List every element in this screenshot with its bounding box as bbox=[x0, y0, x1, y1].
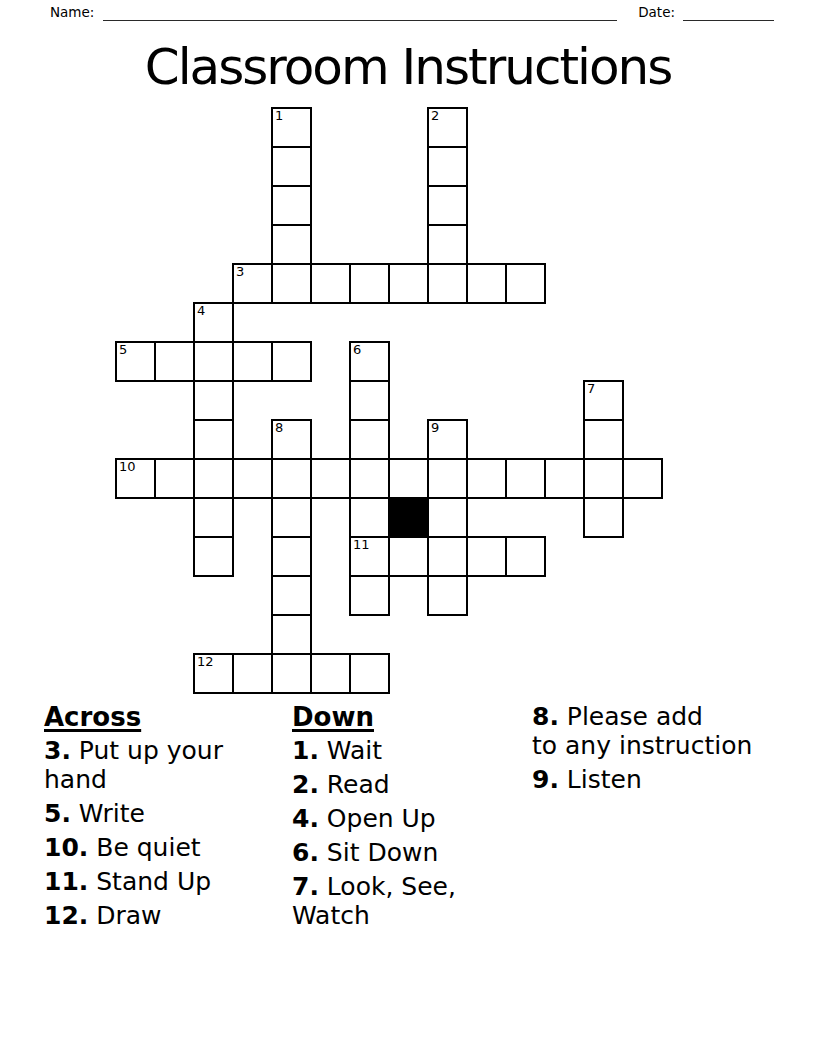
puzzle-title: Classroom Instructions bbox=[0, 38, 816, 96]
grid-cell[interactable] bbox=[232, 341, 273, 382]
clue-item-number: 7. bbox=[292, 872, 319, 901]
clue-column-down: Down1. Wait2. Read4. Open Up6. Sit Down7… bbox=[292, 702, 522, 935]
clue-item-number: 9. bbox=[532, 765, 559, 794]
grid-cell[interactable] bbox=[622, 458, 663, 499]
grid-cell[interactable] bbox=[232, 653, 273, 694]
grid-cell[interactable] bbox=[193, 380, 234, 421]
grid-cell[interactable] bbox=[271, 146, 312, 187]
clue-down-continued-8: 8. Please add to any instruction bbox=[532, 702, 782, 760]
grid-cell[interactable]: 6 bbox=[349, 341, 390, 382]
grid-cell[interactable] bbox=[271, 341, 312, 382]
clue-number: 9 bbox=[431, 421, 439, 435]
across-header: Across bbox=[44, 702, 276, 732]
clue-across-10: 10. Be quiet bbox=[44, 833, 276, 862]
grid-cell[interactable] bbox=[505, 536, 546, 577]
grid-cell[interactable]: 4 bbox=[193, 302, 234, 343]
grid-cell[interactable] bbox=[466, 536, 507, 577]
grid-cell[interactable]: 12 bbox=[193, 653, 234, 694]
grid-cell[interactable]: 9 bbox=[427, 419, 468, 460]
grid-cell[interactable] bbox=[271, 458, 312, 499]
grid-cell[interactable] bbox=[193, 341, 234, 382]
down-header: Down bbox=[292, 702, 522, 732]
grid-cell[interactable] bbox=[544, 458, 585, 499]
clue-item-text: Listen bbox=[559, 765, 642, 794]
clue-number: 8 bbox=[275, 421, 283, 435]
grid-cell[interactable] bbox=[349, 419, 390, 460]
clue-number: 7 bbox=[587, 382, 595, 396]
grid-cell[interactable] bbox=[583, 419, 624, 460]
name-date-row: Name: Date: bbox=[50, 3, 774, 21]
clue-number: 6 bbox=[353, 343, 361, 357]
grid-cell[interactable] bbox=[427, 146, 468, 187]
clue-down-7: 7. Look, See, Watch bbox=[292, 872, 522, 930]
clue-column-across: Across3. Put up your hand5. Write10. Be … bbox=[44, 702, 276, 935]
grid-cell[interactable] bbox=[271, 185, 312, 226]
grid-cell[interactable] bbox=[466, 263, 507, 304]
grid-cell[interactable] bbox=[271, 263, 312, 304]
grid-cell[interactable]: 8 bbox=[271, 419, 312, 460]
grid-cell[interactable] bbox=[232, 458, 273, 499]
grid-cell[interactable]: 11 bbox=[349, 536, 390, 577]
grid-cell[interactable] bbox=[349, 653, 390, 694]
clue-down-6: 6. Sit Down bbox=[292, 838, 522, 867]
grid-cell[interactable] bbox=[349, 497, 390, 538]
grid-cell[interactable] bbox=[310, 458, 351, 499]
clue-column-down-continued: 8. Please add to any instruction9. Liste… bbox=[532, 702, 782, 799]
grid-cell[interactable] bbox=[193, 419, 234, 460]
grid-cell[interactable] bbox=[427, 536, 468, 577]
clue-item-text: Put up your hand bbox=[44, 736, 223, 794]
grid-cell[interactable]: 10 bbox=[115, 458, 156, 499]
grid-cell[interactable] bbox=[349, 263, 390, 304]
clue-item-number: 6. bbox=[292, 838, 319, 867]
clue-item-text: Read bbox=[319, 770, 390, 799]
grid-cell[interactable] bbox=[583, 497, 624, 538]
worksheet-page: Name: Date: Classroom Instructions 12345… bbox=[0, 0, 816, 1056]
grid-cell[interactable] bbox=[193, 497, 234, 538]
grid-cell[interactable]: 7 bbox=[583, 380, 624, 421]
grid-cell[interactable]: 3 bbox=[232, 263, 273, 304]
grid-cell[interactable] bbox=[349, 458, 390, 499]
clue-number: 5 bbox=[119, 343, 127, 357]
clue-item-number: 8. bbox=[532, 702, 559, 731]
grid-cell[interactable] bbox=[271, 575, 312, 616]
clue-number: 2 bbox=[431, 109, 439, 123]
grid-cell[interactable] bbox=[466, 458, 507, 499]
grid-cell[interactable] bbox=[193, 458, 234, 499]
grid-cell[interactable] bbox=[427, 185, 468, 226]
name-label: Name: bbox=[50, 3, 94, 21]
grid-cell[interactable] bbox=[427, 458, 468, 499]
clue-across-3: 3. Put up your hand bbox=[44, 736, 276, 794]
clue-across-12: 12. Draw bbox=[44, 901, 276, 930]
grid-cell[interactable] bbox=[388, 458, 429, 499]
grid-cell[interactable] bbox=[427, 224, 468, 265]
clue-item-text: Write bbox=[71, 799, 145, 828]
grid-cell[interactable] bbox=[388, 536, 429, 577]
date-label: Date: bbox=[638, 3, 675, 21]
grid-cell[interactable] bbox=[271, 497, 312, 538]
date-blank-line[interactable] bbox=[683, 5, 774, 21]
grid-cell[interactable] bbox=[310, 653, 351, 694]
grid-cell[interactable] bbox=[583, 458, 624, 499]
clue-item-text: Sit Down bbox=[319, 838, 438, 867]
grid-cell[interactable] bbox=[349, 380, 390, 421]
clue-number: 3 bbox=[236, 265, 244, 279]
clue-item-number: 11. bbox=[44, 867, 88, 896]
grid-cell[interactable] bbox=[349, 575, 390, 616]
grid-cell[interactable]: 5 bbox=[115, 341, 156, 382]
grid-cell[interactable] bbox=[388, 263, 429, 304]
grid-cell[interactable] bbox=[427, 263, 468, 304]
clue-item-text: Open Up bbox=[319, 804, 436, 833]
grid-cell[interactable]: 2 bbox=[427, 107, 468, 148]
clue-item-text: Wait bbox=[319, 736, 382, 765]
grid-cell[interactable] bbox=[271, 614, 312, 655]
clue-item-number: 1. bbox=[292, 736, 319, 765]
clue-number: 10 bbox=[119, 460, 136, 474]
clue-across-5: 5. Write bbox=[44, 799, 276, 828]
name-blank-line[interactable] bbox=[103, 5, 617, 21]
clue-number: 12 bbox=[197, 655, 214, 669]
clue-item-text: Stand Up bbox=[88, 867, 211, 896]
clue-item-text: Be quiet bbox=[88, 833, 200, 862]
clue-number: 1 bbox=[275, 109, 283, 123]
grid-cell[interactable] bbox=[271, 224, 312, 265]
clue-item-number: 12. bbox=[44, 901, 88, 930]
clue-down-2: 2. Read bbox=[292, 770, 522, 799]
clue-item-number: 10. bbox=[44, 833, 88, 862]
clue-number: 4 bbox=[197, 304, 205, 318]
grid-cell[interactable] bbox=[505, 263, 546, 304]
grid-cell[interactable] bbox=[271, 653, 312, 694]
clue-number: 11 bbox=[353, 538, 370, 552]
clue-item-text: Draw bbox=[88, 901, 161, 930]
grid-cell[interactable] bbox=[193, 536, 234, 577]
clue-item-number: 3. bbox=[44, 736, 71, 765]
black-cell bbox=[388, 497, 429, 538]
grid-cell[interactable] bbox=[154, 341, 195, 382]
clue-down-4: 4. Open Up bbox=[292, 804, 522, 833]
grid-cell[interactable] bbox=[427, 497, 468, 538]
clue-item-number: 2. bbox=[292, 770, 319, 799]
clue-across-11: 11. Stand Up bbox=[44, 867, 276, 896]
grid-cell[interactable] bbox=[271, 536, 312, 577]
clue-item-number: 5. bbox=[44, 799, 71, 828]
grid-cell[interactable]: 1 bbox=[271, 107, 312, 148]
grid-cell[interactable] bbox=[310, 263, 351, 304]
grid-cell[interactable] bbox=[505, 458, 546, 499]
clue-item-text: Please add to any instruction bbox=[532, 702, 752, 760]
crossword-grid: 123456789101112 bbox=[115, 107, 663, 694]
clue-down-continued-9: 9. Listen bbox=[532, 765, 782, 794]
grid-cell[interactable] bbox=[154, 458, 195, 499]
clue-item-number: 4. bbox=[292, 804, 319, 833]
clue-down-1: 1. Wait bbox=[292, 736, 522, 765]
grid-cell[interactable] bbox=[427, 575, 468, 616]
